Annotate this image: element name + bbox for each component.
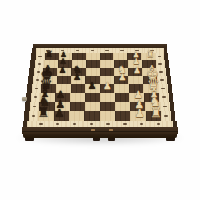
board-row xyxy=(24,111,176,121)
board-square xyxy=(85,84,100,93)
frame-edge xyxy=(170,102,175,111)
coordinate-mark xyxy=(90,123,94,125)
board-square xyxy=(44,60,58,68)
board-square xyxy=(38,111,53,121)
board-square xyxy=(143,84,158,93)
coordinate-mark xyxy=(32,115,36,117)
board-square xyxy=(114,84,129,93)
board-square xyxy=(71,68,85,76)
coordinate-mark xyxy=(162,96,166,98)
board-square xyxy=(71,84,86,93)
board-row xyxy=(28,76,171,84)
board-square xyxy=(144,93,159,102)
board-square xyxy=(100,111,115,121)
coordinate-mark xyxy=(37,71,41,73)
coordinate-cell xyxy=(31,93,41,102)
frame-edge xyxy=(166,68,170,76)
coordinate-cell xyxy=(36,53,45,60)
board-square xyxy=(56,84,71,93)
board-square xyxy=(114,60,128,68)
coordinate-mark xyxy=(164,115,168,117)
board-square xyxy=(114,68,128,76)
coordinate-mark xyxy=(73,123,77,125)
board-square xyxy=(142,68,156,76)
coordinate-mark xyxy=(38,56,42,58)
board-frame-front xyxy=(22,127,178,134)
coordinate-mark xyxy=(91,50,95,52)
board-square xyxy=(54,111,69,121)
coordinate-mark xyxy=(76,50,80,52)
coordinate-mark xyxy=(159,71,163,73)
board-square xyxy=(86,53,100,60)
board-square xyxy=(100,60,114,68)
board-square xyxy=(57,68,71,76)
board-square xyxy=(57,76,71,84)
coordinate-mark xyxy=(56,123,60,125)
board-square xyxy=(130,102,145,111)
board-square xyxy=(69,111,84,121)
frame-edge xyxy=(169,93,174,102)
board-row xyxy=(30,60,169,68)
board-square xyxy=(85,93,100,102)
frame-edge xyxy=(164,53,168,60)
board-square xyxy=(86,60,100,68)
board-square xyxy=(85,102,100,111)
board-square xyxy=(128,76,142,84)
board-square xyxy=(146,111,161,121)
board-square xyxy=(114,76,128,84)
board-square xyxy=(130,111,145,121)
board-row xyxy=(31,53,168,60)
board-square xyxy=(55,93,70,102)
board-square xyxy=(127,53,141,60)
coordinate-cell xyxy=(33,76,42,84)
coordinate-mark xyxy=(150,50,154,52)
coordinate-mark xyxy=(106,123,110,125)
board-square xyxy=(128,68,142,76)
coordinate-cell xyxy=(161,111,171,121)
board-square xyxy=(59,53,73,60)
board-square xyxy=(43,68,57,76)
coordinate-mark xyxy=(39,123,43,125)
coordinate-cell xyxy=(156,60,165,68)
coordinate-mark xyxy=(46,50,50,52)
coordinate-mark xyxy=(38,63,42,65)
board-row xyxy=(29,68,170,76)
coordinate-mark xyxy=(123,123,127,125)
board-square xyxy=(72,60,86,68)
chess-set-photo: ♜♟♟♜♟♟♝♟♞♞♟♝♚♟♟♚♛♟♟♛♝♟♟♝♞♟♟♞♜♟♟♜ xyxy=(0,0,200,200)
coordinate-cell xyxy=(29,111,39,121)
board-square xyxy=(41,84,56,93)
coordinate-cell xyxy=(35,60,44,68)
board-row xyxy=(25,102,175,111)
board-square xyxy=(145,102,160,111)
coordinate-mark xyxy=(105,50,109,52)
board-square xyxy=(115,111,130,121)
board-square xyxy=(42,76,56,84)
board-square xyxy=(70,102,85,111)
board-square xyxy=(100,102,115,111)
board-square xyxy=(70,93,85,102)
board-square xyxy=(113,53,127,60)
coordinate-mark xyxy=(140,123,144,125)
coordinate-cell xyxy=(30,102,40,111)
board-square xyxy=(100,68,114,76)
board-square xyxy=(40,93,55,102)
board-square xyxy=(142,60,156,68)
board-foot xyxy=(166,138,175,141)
frame-edge xyxy=(167,76,171,84)
board-square xyxy=(100,84,115,93)
coordinate-cell xyxy=(157,76,166,84)
board-square xyxy=(72,53,86,60)
coordinate-cell xyxy=(156,68,165,76)
board-square xyxy=(115,93,130,102)
coordinate-cell xyxy=(155,53,164,60)
coordinate-mark xyxy=(158,56,162,58)
coordinate-cell xyxy=(34,68,43,76)
board-square xyxy=(58,60,72,68)
board-square xyxy=(55,102,70,111)
board-square xyxy=(85,76,99,84)
frame-edge xyxy=(168,84,172,93)
coordinate-mark xyxy=(61,50,65,52)
coordinate-cell xyxy=(32,84,42,93)
coordinate-mark xyxy=(36,79,40,81)
coordinate-cell xyxy=(159,93,169,102)
board-square xyxy=(141,53,155,60)
coordinate-mark xyxy=(135,50,139,52)
board-square xyxy=(115,102,130,111)
board-square xyxy=(84,111,99,121)
coordinate-mark xyxy=(160,79,164,81)
board-square xyxy=(86,68,100,76)
board-foot xyxy=(108,138,115,141)
board-square xyxy=(100,93,115,102)
coordinate-mark xyxy=(163,106,167,108)
coordinate-mark xyxy=(34,96,38,98)
coordinate-mark xyxy=(35,88,39,90)
board-square xyxy=(45,53,59,60)
board-square xyxy=(100,76,114,84)
board-square xyxy=(39,102,54,111)
board-row xyxy=(27,84,172,93)
board-row xyxy=(26,93,173,102)
coordinate-mark xyxy=(33,106,37,108)
board-square xyxy=(129,93,144,102)
clasp-icon xyxy=(22,97,27,101)
coordinate-mark xyxy=(161,88,165,90)
fold-seam xyxy=(22,131,178,132)
coordinate-mark xyxy=(158,63,162,65)
board-square xyxy=(128,60,142,68)
board-square xyxy=(71,76,85,84)
board-square xyxy=(129,84,144,93)
coordinate-cell xyxy=(158,84,168,93)
coordinate-cell xyxy=(160,102,170,111)
coordinate-mark xyxy=(120,50,124,52)
frame-edge xyxy=(171,111,176,121)
board-square xyxy=(100,53,114,60)
board-square xyxy=(143,76,157,84)
board-foot xyxy=(93,138,100,141)
coordinate-mark xyxy=(157,123,161,125)
board-foot xyxy=(25,138,34,141)
frame-edge xyxy=(165,60,169,68)
